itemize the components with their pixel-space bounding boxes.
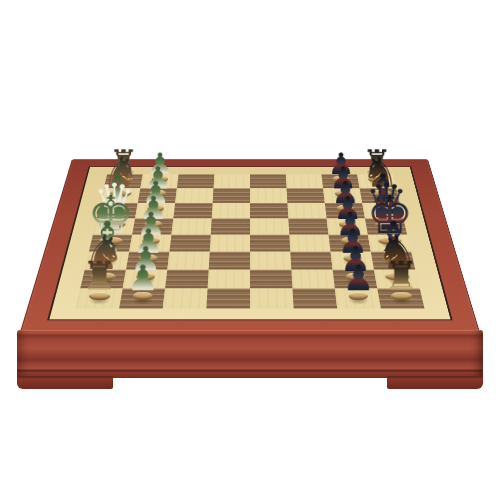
board-top-surface: ♜♟♟♜♞♟♟♞♝♟♟♝♛♟♟♛♚♟♟♚♝♟♟♝♞♟♟♞♜♟♟♜ (20, 159, 480, 332)
square-h2: ♟ (119, 289, 165, 309)
square-f4 (209, 252, 250, 270)
box-right-foot (387, 376, 483, 389)
square-c5 (250, 203, 288, 218)
square-h7: ♟ (335, 289, 381, 309)
square-e5 (250, 235, 290, 252)
board-box-front (17, 330, 483, 378)
pawn-glyph: ♟ (342, 262, 374, 296)
board-grid: ♜♟♟♜♞♟♟♞♝♟♟♝♛♟♟♛♚♟♟♚♝♟♟♝♞♟♟♞♜♟♟♜ (76, 174, 425, 308)
square-b4 (213, 188, 250, 203)
square-g4 (208, 270, 250, 289)
square-h5 (250, 289, 294, 309)
piece-base (89, 292, 110, 300)
square-a5 (250, 174, 287, 188)
square-c4 (212, 203, 250, 218)
box-left-foot (17, 376, 113, 389)
square-h4 (206, 289, 250, 309)
chess-set-photo: ♜♟♟♜♞♟♟♞♝♟♟♝♛♟♟♛♚♟♟♚♝♟♟♝♞♟♟♞♜♟♟♜ (0, 0, 500, 500)
square-e4 (210, 235, 250, 252)
square-d5 (250, 218, 289, 234)
piece-base (390, 292, 411, 300)
piece-base (133, 292, 152, 300)
square-d4 (211, 218, 250, 234)
square-f5 (250, 252, 291, 270)
square-a4 (213, 174, 250, 188)
piece-base (348, 292, 367, 300)
pawn-glyph: ♟ (126, 262, 158, 296)
square-b5 (250, 188, 287, 203)
square-g5 (250, 270, 292, 289)
